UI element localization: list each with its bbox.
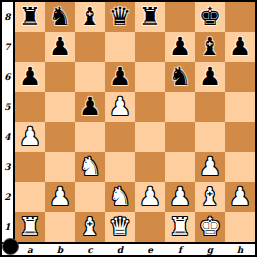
square-h1[interactable] bbox=[225, 212, 255, 242]
square-b6[interactable] bbox=[45, 62, 75, 92]
square-g3[interactable]: ♟ bbox=[195, 152, 225, 182]
square-h8[interactable] bbox=[225, 2, 255, 32]
white-rook-a1[interactable]: ♜ bbox=[19, 212, 41, 242]
square-d8[interactable]: ♛ bbox=[105, 2, 135, 32]
square-b3[interactable] bbox=[45, 152, 75, 182]
white-pawn-e2[interactable]: ♟ bbox=[139, 182, 161, 212]
square-e4[interactable] bbox=[135, 122, 165, 152]
square-b4[interactable] bbox=[45, 122, 75, 152]
square-f6[interactable]: ♞ bbox=[165, 62, 195, 92]
square-c6[interactable] bbox=[75, 62, 105, 92]
rank-label-5: 5 bbox=[2, 92, 13, 122]
square-b5[interactable] bbox=[45, 92, 75, 122]
file-label-g: g bbox=[195, 244, 225, 255]
white-bishop-c1[interactable]: ♝ bbox=[79, 212, 101, 242]
square-g1[interactable]: ♚ bbox=[195, 212, 225, 242]
square-c7[interactable] bbox=[75, 32, 105, 62]
square-g2[interactable]: ♝ bbox=[195, 182, 225, 212]
square-e6[interactable] bbox=[135, 62, 165, 92]
square-b7[interactable]: ♟ bbox=[45, 32, 75, 62]
white-pawn-g3[interactable]: ♟ bbox=[199, 152, 221, 182]
square-c2[interactable] bbox=[75, 182, 105, 212]
black-bishop-c8[interactable]: ♝ bbox=[79, 2, 101, 32]
square-f8[interactable] bbox=[165, 2, 195, 32]
square-e3[interactable] bbox=[135, 152, 165, 182]
rank-label-2: 2 bbox=[2, 182, 13, 212]
white-pawn-h2[interactable]: ♟ bbox=[229, 182, 251, 212]
square-c4[interactable] bbox=[75, 122, 105, 152]
square-b8[interactable]: ♞ bbox=[45, 2, 75, 32]
square-g7[interactable]: ♝ bbox=[195, 32, 225, 62]
square-d4[interactable] bbox=[105, 122, 135, 152]
rank-label-3: 3 bbox=[2, 152, 13, 182]
rank-label-6: 6 bbox=[2, 62, 13, 92]
square-e1[interactable] bbox=[135, 212, 165, 242]
square-e8[interactable]: ♜ bbox=[135, 2, 165, 32]
square-e2[interactable]: ♟ bbox=[135, 182, 165, 212]
white-pawn-b2[interactable]: ♟ bbox=[49, 182, 71, 212]
rank-label-4: 4 bbox=[2, 122, 13, 152]
white-pawn-a4[interactable]: ♟ bbox=[19, 122, 41, 152]
chess-board: ♜♞♝♛♜♚♟♟♝♟♟♟♞♟♟♟♟♞♟♟♞♟♟♝♟♜♝♛♜♚ bbox=[15, 2, 255, 242]
square-f4[interactable] bbox=[165, 122, 195, 152]
file-label-a: a bbox=[15, 244, 45, 255]
square-a3[interactable] bbox=[15, 152, 45, 182]
square-g6[interactable]: ♟ bbox=[195, 62, 225, 92]
square-d1[interactable]: ♛ bbox=[105, 212, 135, 242]
black-pawn-g6[interactable]: ♟ bbox=[199, 62, 221, 92]
square-a1[interactable]: ♜ bbox=[15, 212, 45, 242]
square-c8[interactable]: ♝ bbox=[75, 2, 105, 32]
black-pawn-h7[interactable]: ♟ bbox=[229, 32, 251, 62]
square-h3[interactable] bbox=[225, 152, 255, 182]
white-knight-c3[interactable]: ♞ bbox=[79, 152, 101, 182]
square-e7[interactable] bbox=[135, 32, 165, 62]
file-label-b: b bbox=[45, 244, 75, 255]
white-rook-f1[interactable]: ♜ bbox=[169, 212, 191, 242]
square-b1[interactable] bbox=[45, 212, 75, 242]
square-d3[interactable] bbox=[105, 152, 135, 182]
black-knight-f6[interactable]: ♞ bbox=[169, 62, 191, 92]
file-label-d: d bbox=[105, 244, 135, 255]
file-labels: abcdefgh bbox=[15, 244, 255, 255]
black-king-g8[interactable]: ♚ bbox=[199, 2, 221, 32]
square-c1[interactable]: ♝ bbox=[75, 212, 105, 242]
rank-label-8: 8 bbox=[2, 2, 13, 32]
file-label-f: f bbox=[165, 244, 195, 255]
white-knight-d2[interactable]: ♞ bbox=[109, 182, 131, 212]
square-h2[interactable]: ♟ bbox=[225, 182, 255, 212]
square-g5[interactable] bbox=[195, 92, 225, 122]
square-f3[interactable] bbox=[165, 152, 195, 182]
file-label-h: h bbox=[225, 244, 255, 255]
file-label-e: e bbox=[135, 244, 165, 255]
square-a5[interactable] bbox=[15, 92, 45, 122]
square-f5[interactable] bbox=[165, 92, 195, 122]
chess-diagram: ♜♞♝♛♜♚♟♟♝♟♟♟♞♟♟♟♟♞♟♟♞♟♟♝♟♜♝♛♜♚ 87654321 … bbox=[0, 0, 257, 257]
square-d7[interactable] bbox=[105, 32, 135, 62]
square-h4[interactable] bbox=[225, 122, 255, 152]
square-f2[interactable]: ♟ bbox=[165, 182, 195, 212]
square-g4[interactable] bbox=[195, 122, 225, 152]
square-b2[interactable]: ♟ bbox=[45, 182, 75, 212]
square-c3[interactable]: ♞ bbox=[75, 152, 105, 182]
black-pawn-a6[interactable]: ♟ bbox=[19, 62, 41, 92]
square-g8[interactable]: ♚ bbox=[195, 2, 225, 32]
black-rook-a8[interactable]: ♜ bbox=[19, 2, 41, 32]
black-knight-b8[interactable]: ♞ bbox=[49, 2, 71, 32]
square-a6[interactable]: ♟ bbox=[15, 62, 45, 92]
square-d2[interactable]: ♞ bbox=[105, 182, 135, 212]
white-pawn-d5[interactable]: ♟ bbox=[109, 92, 131, 122]
square-h7[interactable]: ♟ bbox=[225, 32, 255, 62]
square-a2[interactable] bbox=[15, 182, 45, 212]
black-pawn-d6[interactable]: ♟ bbox=[109, 62, 131, 92]
black-rook-e8[interactable]: ♜ bbox=[139, 2, 161, 32]
white-queen-d1[interactable]: ♛ bbox=[109, 212, 131, 242]
black-pawn-b7[interactable]: ♟ bbox=[49, 32, 71, 62]
square-a4[interactable]: ♟ bbox=[15, 122, 45, 152]
black-pawn-c5[interactable]: ♟ bbox=[79, 92, 101, 122]
square-d6[interactable]: ♟ bbox=[105, 62, 135, 92]
square-d5[interactable]: ♟ bbox=[105, 92, 135, 122]
square-e5[interactable] bbox=[135, 92, 165, 122]
square-c5[interactable]: ♟ bbox=[75, 92, 105, 122]
square-h6[interactable] bbox=[225, 62, 255, 92]
white-bishop-g2[interactable]: ♝ bbox=[199, 182, 221, 212]
black-to-move-indicator bbox=[2, 238, 19, 255]
white-pawn-f2[interactable]: ♟ bbox=[169, 182, 191, 212]
white-king-g1[interactable]: ♚ bbox=[199, 212, 221, 242]
square-a8[interactable]: ♜ bbox=[15, 2, 45, 32]
square-a7[interactable] bbox=[15, 32, 45, 62]
rank-label-7: 7 bbox=[2, 32, 13, 62]
black-bishop-g7[interactable]: ♝ bbox=[199, 32, 221, 62]
file-label-c: c bbox=[75, 244, 105, 255]
square-f1[interactable]: ♜ bbox=[165, 212, 195, 242]
square-h5[interactable] bbox=[225, 92, 255, 122]
black-pawn-f7[interactable]: ♟ bbox=[169, 32, 191, 62]
rank-labels: 87654321 bbox=[2, 2, 13, 242]
square-f7[interactable]: ♟ bbox=[165, 32, 195, 62]
black-queen-d8[interactable]: ♛ bbox=[109, 2, 131, 32]
